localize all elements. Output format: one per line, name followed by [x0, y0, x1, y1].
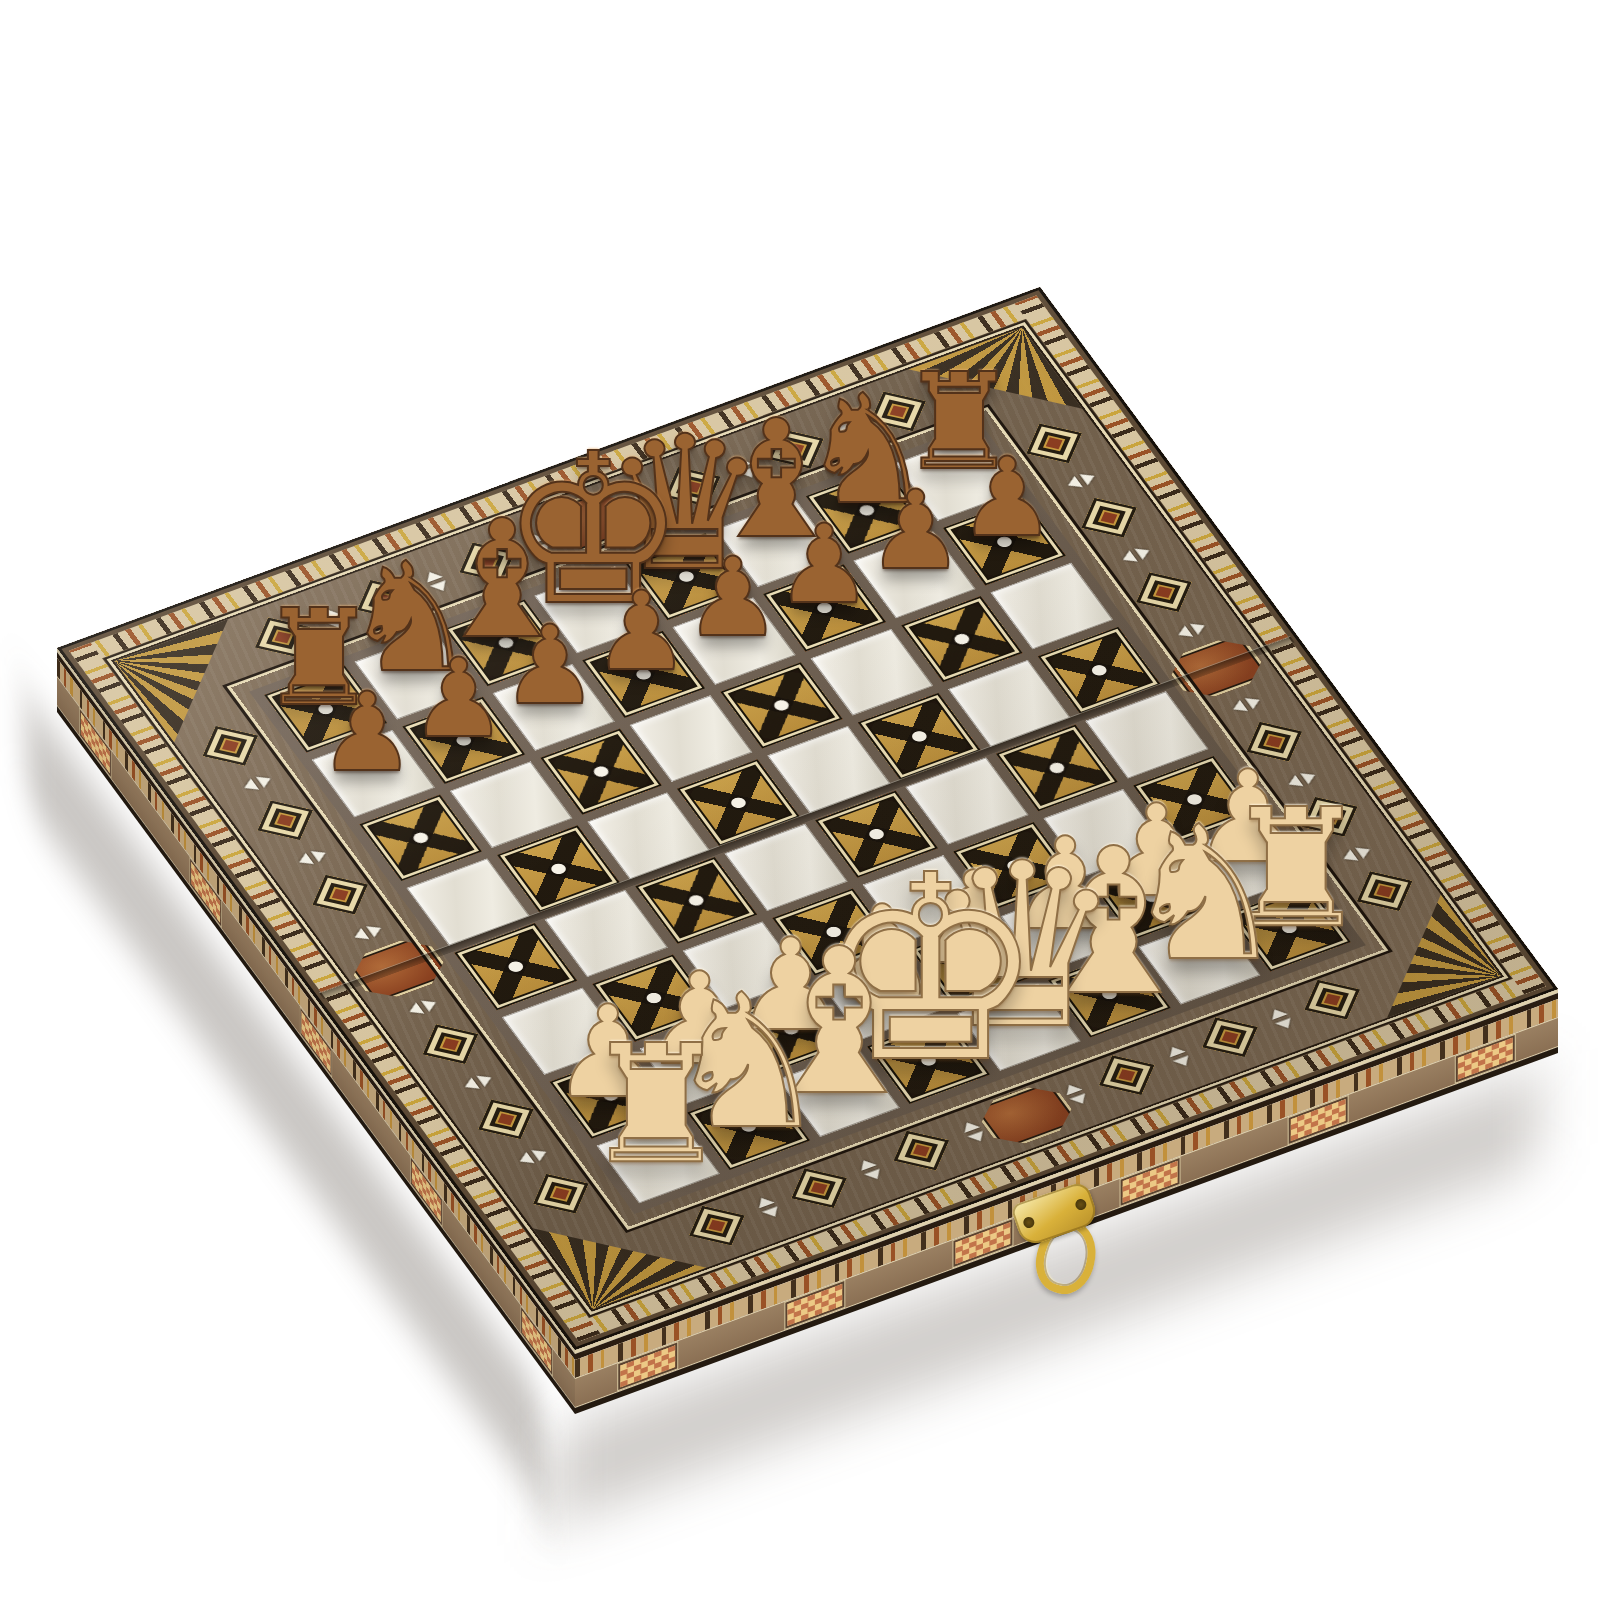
chess-board	[57, 287, 1558, 1350]
border-triangle-motif	[400, 995, 447, 1019]
border-diamond-motif	[255, 618, 311, 658]
border-diamond-motif	[1099, 1055, 1155, 1095]
border-diamond-motif	[791, 1168, 847, 1208]
border-diamond-motif	[871, 391, 927, 431]
border-triangle-motif	[345, 920, 392, 944]
border-diamond-motif	[423, 1025, 479, 1065]
border-triangle-motif	[1058, 468, 1105, 492]
border-triangle-motif	[1113, 543, 1160, 567]
border-diamond-motif	[894, 1131, 950, 1171]
border-diamond-motif	[357, 580, 413, 620]
border-triangle-motif	[830, 414, 864, 447]
border-diamond-motif	[768, 429, 824, 469]
border-diamond-motif	[313, 875, 369, 915]
product-photo-stage: ♜♞♝♚♛♝♞♜♟♟♟♟♟♟♟♟♟♟♟♟♟♟♟♟♜♞♝♚♛♝♞♜	[0, 0, 1600, 1600]
border-diamond-motif	[1026, 423, 1082, 463]
border-triangle-motif	[853, 1153, 887, 1186]
border-triangle-motif	[290, 845, 337, 869]
border-triangle-motif	[234, 771, 281, 795]
border-diamond-motif	[665, 467, 721, 507]
border-diamond-motif	[460, 542, 516, 582]
border-diamond-motif	[1136, 573, 1192, 613]
border-triangle-motif	[1264, 1002, 1298, 1035]
border-diamond-motif	[202, 726, 258, 766]
border-diamond-motif	[1247, 722, 1303, 762]
border-diamond-motif	[533, 1174, 589, 1214]
border-triangle-motif	[510, 1144, 557, 1168]
border-diamond-motif	[1081, 498, 1137, 538]
border-triangle-motif	[751, 1190, 785, 1223]
border-triangle-motif	[1334, 842, 1381, 866]
border-triangle-motif	[1161, 1040, 1195, 1073]
border-diamond-motif	[258, 800, 314, 840]
border-triangle-motif	[1168, 618, 1215, 642]
brass-latch	[1015, 1192, 1095, 1236]
border-triangle-motif	[1279, 767, 1326, 791]
border-diamond-motif	[1202, 1017, 1258, 1057]
border-diamond-motif	[1305, 980, 1361, 1020]
border-triangle-motif	[1224, 692, 1271, 716]
border-triangle-motif	[316, 602, 350, 635]
border-diamond-motif	[478, 1099, 534, 1139]
border-triangle-motif	[419, 564, 453, 597]
border-triangle-motif	[727, 451, 761, 484]
border-diamond-motif	[1357, 871, 1413, 911]
border-triangle-motif	[455, 1070, 502, 1094]
border-diamond-motif	[689, 1206, 745, 1246]
border-diamond-motif	[1302, 797, 1358, 837]
